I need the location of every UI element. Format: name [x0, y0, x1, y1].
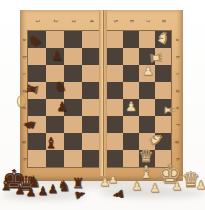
light-pawn-on-table: ♟ — [108, 174, 118, 185]
board-cell — [82, 133, 100, 150]
board-cell — [107, 116, 123, 133]
edge-letter-right: b — [175, 55, 180, 58]
light-pawn-on-board: ♟ — [142, 64, 154, 77]
board-cell — [123, 65, 139, 82]
board-cell — [155, 82, 171, 99]
top-label-right: 8 — [161, 19, 166, 22]
dark-rook-on-board: ♜ — [24, 82, 40, 97]
board-hinge — [99, 10, 107, 180]
board-cell — [46, 31, 64, 48]
board-cell — [64, 116, 82, 133]
board-cell — [28, 99, 46, 116]
top-label-left: 4 — [89, 19, 94, 22]
top-label-right: 5 — [113, 19, 118, 22]
light-pawn-on-table: ♟ — [196, 179, 205, 191]
board-cell — [123, 150, 139, 167]
board-cell — [28, 48, 46, 65]
edge-letter-right: g — [175, 140, 180, 143]
board-cell — [107, 99, 123, 116]
light-bishop-on-board: ♝ — [163, 104, 177, 117]
board-cell — [107, 150, 123, 167]
edge-letter-right: f — [175, 124, 180, 126]
edge-letter-left: b — [22, 55, 27, 58]
edge-letter-left: g — [22, 140, 27, 143]
light-bishop-on-table: ♝ — [138, 164, 153, 181]
board-cell — [123, 31, 139, 48]
board-cell — [123, 116, 139, 133]
board-cell — [107, 133, 123, 150]
board-cell — [82, 65, 100, 82]
board-cell — [28, 150, 46, 167]
dark-pawn-on-board: ♟ — [51, 49, 63, 62]
top-label-left: 1 — [35, 19, 40, 22]
edge-letter-left: e — [22, 106, 27, 109]
board-cell — [64, 31, 82, 48]
board-cell — [107, 31, 123, 48]
board-cell — [82, 116, 100, 133]
clasp-hook-icon — [17, 95, 26, 107]
edge-letter-left: h — [22, 157, 27, 160]
dark-pawn-on-table: ♟ — [73, 188, 87, 202]
board-cell — [139, 99, 155, 116]
board-cell — [139, 31, 155, 48]
board-cell — [82, 82, 100, 99]
dark-pawn-on-table: ♟ — [26, 186, 37, 198]
top-label-left: 2 — [53, 19, 58, 22]
edge-letter-left: c — [22, 73, 27, 76]
board-cell — [155, 65, 171, 82]
board-cell — [123, 48, 139, 65]
board-cell — [28, 65, 46, 82]
chess-set-product-photo: 12345678aabbccddeeffgghh ♞♟♜♞♟♞♝♞♜♟♟♝♞♛♝… — [0, 0, 205, 210]
edge-letter-right: c — [175, 73, 180, 76]
dark-bishop-on-board: ♝ — [44, 136, 57, 151]
board-cell — [82, 31, 100, 48]
dark-knight-on-table: ♞ — [57, 179, 70, 194]
board-cell — [64, 150, 82, 167]
board-cell — [107, 65, 123, 82]
dark-pawn-on-board: ♟ — [56, 100, 68, 113]
board-cell — [107, 48, 123, 65]
dark-knight-on-board: ♞ — [53, 78, 68, 94]
board-cell — [82, 150, 100, 167]
board-cell — [46, 116, 64, 133]
board-cell — [64, 48, 82, 65]
board-cell — [139, 116, 155, 133]
light-pawn-on-board: ♟ — [125, 100, 137, 113]
board-cell — [82, 99, 100, 116]
board-cell — [46, 150, 64, 167]
edge-letter-right: a — [175, 38, 180, 41]
edge-letter-right: d — [175, 89, 180, 92]
board-cell — [82, 48, 100, 65]
top-label-right: 7 — [145, 19, 150, 22]
board-cell — [123, 82, 139, 99]
board-cell — [107, 82, 123, 99]
board-cell — [123, 133, 139, 150]
top-label-left: 3 — [71, 19, 76, 22]
dark-pawn-on-table: ♟ — [111, 188, 126, 202]
board-cell — [64, 133, 82, 150]
board-cell — [139, 82, 155, 99]
board-cell — [64, 65, 82, 82]
top-label-right: 6 — [129, 19, 134, 22]
